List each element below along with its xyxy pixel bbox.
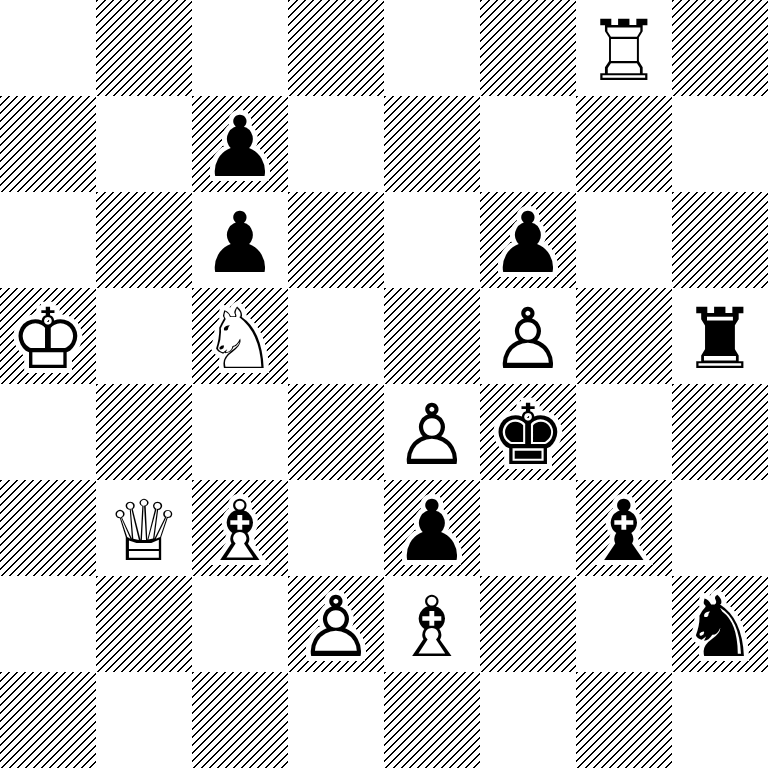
square-e4[interactable]: ♟♙ [384, 384, 480, 480]
chess-board: ♜♖♟♟♟♟♟♟♚♔♞♘♟♙♜♜♟♙♚♚♛♕♝♗♟♟♝♝♟♙♝♗♞♞ [0, 0, 768, 768]
square-a3[interactable] [0, 480, 96, 576]
piece-white-knight[interactable]: ♞♘ [192, 288, 288, 384]
white-knight-glyph: ♘ [192, 291, 288, 387]
black-rook-glyph: ♜ [672, 291, 768, 387]
square-b8[interactable] [96, 0, 192, 96]
piece-black-knight[interactable]: ♞♞ [672, 576, 768, 672]
piece-black-bishop[interactable]: ♝♝ [576, 480, 672, 576]
square-a2[interactable] [0, 576, 96, 672]
white-bishop-glyph: ♗ [384, 579, 480, 675]
square-a6[interactable] [0, 192, 96, 288]
square-h5[interactable]: ♜♜ [672, 288, 768, 384]
white-queen-glyph: ♕ [96, 483, 192, 579]
chess-diagram: ♜♖♟♟♟♟♟♟♚♔♞♘♟♙♜♜♟♙♚♚♛♕♝♗♟♟♝♝♟♙♝♗♞♞ [0, 0, 768, 768]
square-d2[interactable]: ♟♙ [288, 576, 384, 672]
black-bishop-glyph: ♝ [576, 483, 672, 579]
square-e8[interactable] [384, 0, 480, 96]
square-b1[interactable] [96, 672, 192, 768]
black-pawn-glyph: ♟ [384, 483, 480, 579]
piece-white-bishop[interactable]: ♝♗ [384, 576, 480, 672]
square-f2[interactable] [480, 576, 576, 672]
piece-black-rook[interactable]: ♜♜ [672, 288, 768, 384]
piece-white-pawn[interactable]: ♟♙ [288, 576, 384, 672]
square-a5[interactable]: ♚♔ [0, 288, 96, 384]
square-b3[interactable]: ♛♕ [96, 480, 192, 576]
piece-white-rook[interactable]: ♜♖ [576, 0, 672, 96]
square-g5[interactable] [576, 288, 672, 384]
square-e7[interactable] [384, 96, 480, 192]
square-c7[interactable]: ♟♟ [192, 96, 288, 192]
square-f4[interactable]: ♚♚ [480, 384, 576, 480]
square-d1[interactable] [288, 672, 384, 768]
piece-white-bishop[interactable]: ♝♗ [192, 480, 288, 576]
white-bishop-glyph: ♗ [192, 483, 288, 579]
square-h8[interactable] [672, 0, 768, 96]
square-f6[interactable]: ♟♟ [480, 192, 576, 288]
square-g4[interactable] [576, 384, 672, 480]
black-knight-glyph: ♞ [672, 579, 768, 675]
square-e5[interactable] [384, 288, 480, 384]
square-a1[interactable] [0, 672, 96, 768]
square-b5[interactable] [96, 288, 192, 384]
black-pawn-glyph: ♟ [192, 195, 288, 291]
square-c5[interactable]: ♞♘ [192, 288, 288, 384]
square-b2[interactable] [96, 576, 192, 672]
piece-white-king[interactable]: ♚♔ [0, 288, 96, 384]
square-c1[interactable] [192, 672, 288, 768]
square-h3[interactable] [672, 480, 768, 576]
white-rook-glyph: ♖ [576, 3, 672, 99]
square-f3[interactable] [480, 480, 576, 576]
square-h4[interactable] [672, 384, 768, 480]
white-pawn-glyph: ♙ [288, 579, 384, 675]
square-b7[interactable] [96, 96, 192, 192]
square-d6[interactable] [288, 192, 384, 288]
piece-black-king[interactable]: ♚♚ [480, 384, 576, 480]
square-a8[interactable] [0, 0, 96, 96]
square-a4[interactable] [0, 384, 96, 480]
square-h6[interactable] [672, 192, 768, 288]
square-h2[interactable]: ♞♞ [672, 576, 768, 672]
square-d7[interactable] [288, 96, 384, 192]
black-pawn-glyph: ♟ [192, 99, 288, 195]
square-b4[interactable] [96, 384, 192, 480]
square-c3[interactable]: ♝♗ [192, 480, 288, 576]
square-b6[interactable] [96, 192, 192, 288]
square-e1[interactable] [384, 672, 480, 768]
square-e6[interactable] [384, 192, 480, 288]
square-f1[interactable] [480, 672, 576, 768]
square-c6[interactable]: ♟♟ [192, 192, 288, 288]
square-a7[interactable] [0, 96, 96, 192]
square-d4[interactable] [288, 384, 384, 480]
square-f7[interactable] [480, 96, 576, 192]
piece-white-queen[interactable]: ♛♕ [96, 480, 192, 576]
square-g7[interactable] [576, 96, 672, 192]
square-g3[interactable]: ♝♝ [576, 480, 672, 576]
square-c4[interactable] [192, 384, 288, 480]
square-c2[interactable] [192, 576, 288, 672]
square-d5[interactable] [288, 288, 384, 384]
black-king-glyph: ♚ [480, 387, 576, 483]
piece-black-pawn[interactable]: ♟♟ [384, 480, 480, 576]
white-king-glyph: ♔ [0, 291, 96, 387]
square-g1[interactable] [576, 672, 672, 768]
square-c8[interactable] [192, 0, 288, 96]
square-f5[interactable]: ♟♙ [480, 288, 576, 384]
white-pawn-glyph: ♙ [480, 291, 576, 387]
square-f8[interactable] [480, 0, 576, 96]
square-h7[interactable] [672, 96, 768, 192]
square-d3[interactable] [288, 480, 384, 576]
square-g6[interactable] [576, 192, 672, 288]
square-e2[interactable]: ♝♗ [384, 576, 480, 672]
white-pawn-glyph: ♙ [384, 387, 480, 483]
piece-black-pawn[interactable]: ♟♟ [192, 96, 288, 192]
square-g8[interactable]: ♜♖ [576, 0, 672, 96]
square-e3[interactable]: ♟♟ [384, 480, 480, 576]
square-d8[interactable] [288, 0, 384, 96]
piece-black-pawn[interactable]: ♟♟ [480, 192, 576, 288]
piece-white-pawn[interactable]: ♟♙ [384, 384, 480, 480]
piece-white-pawn[interactable]: ♟♙ [480, 288, 576, 384]
square-h1[interactable] [672, 672, 768, 768]
piece-black-pawn[interactable]: ♟♟ [192, 192, 288, 288]
black-pawn-glyph: ♟ [480, 195, 576, 291]
square-g2[interactable] [576, 576, 672, 672]
